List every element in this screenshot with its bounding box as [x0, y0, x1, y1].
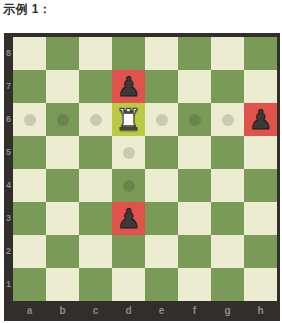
move-hint-dot[interactable]: [57, 114, 69, 126]
rank-label-7: 7: [4, 70, 13, 103]
square-a6[interactable]: [13, 103, 46, 136]
file-label-a: a: [13, 302, 46, 321]
square-c7[interactable]: [79, 70, 112, 103]
square-a5[interactable]: [13, 136, 46, 169]
square-f2[interactable]: [178, 235, 211, 268]
rank-label-5: 5: [4, 136, 13, 169]
square-h2[interactable]: [244, 235, 277, 268]
square-c3[interactable]: [79, 202, 112, 235]
square-a7[interactable]: [13, 70, 46, 103]
page: 示例 1： ♟♜♟♟ 87654321abcdefgh: [0, 0, 282, 323]
rank-label-6: 6: [4, 103, 13, 136]
rank-label-8: 8: [4, 37, 13, 70]
square-g8[interactable]: [211, 37, 244, 70]
file-label-c: c: [79, 302, 112, 321]
piece-black-pawn[interactable]: ♟: [248, 106, 272, 133]
square-f7[interactable]: [178, 70, 211, 103]
move-hint-dot[interactable]: [189, 114, 201, 126]
square-b7[interactable]: [46, 70, 79, 103]
square-a4[interactable]: [13, 169, 46, 202]
square-b3[interactable]: [46, 202, 79, 235]
square-b2[interactable]: [46, 235, 79, 268]
square-b4[interactable]: [46, 169, 79, 202]
square-e5[interactable]: [145, 136, 178, 169]
square-a3[interactable]: [13, 202, 46, 235]
board-grid: ♟♜♟♟: [13, 37, 277, 301]
move-hint-dot[interactable]: [123, 147, 135, 159]
square-a8[interactable]: [13, 37, 46, 70]
square-e7[interactable]: [145, 70, 178, 103]
square-h6[interactable]: ♟: [244, 103, 277, 136]
square-b5[interactable]: [46, 136, 79, 169]
move-hint-dot[interactable]: [222, 114, 234, 126]
chess-board: ♟♜♟♟ 87654321abcdefgh: [4, 33, 280, 321]
file-label-e: e: [145, 302, 178, 321]
square-e3[interactable]: [145, 202, 178, 235]
file-label-b: b: [46, 302, 79, 321]
square-e8[interactable]: [145, 37, 178, 70]
square-h3[interactable]: [244, 202, 277, 235]
square-c6[interactable]: [79, 103, 112, 136]
square-e2[interactable]: [145, 235, 178, 268]
piece-black-pawn[interactable]: ♟: [116, 73, 140, 100]
square-c1[interactable]: [79, 268, 112, 301]
square-f4[interactable]: [178, 169, 211, 202]
example-label: 示例 1：: [3, 1, 52, 18]
square-b8[interactable]: [46, 37, 79, 70]
square-b1[interactable]: [46, 268, 79, 301]
square-c8[interactable]: [79, 37, 112, 70]
square-d5[interactable]: [112, 136, 145, 169]
square-f3[interactable]: [178, 202, 211, 235]
move-hint-dot[interactable]: [156, 114, 168, 126]
move-hint-dot[interactable]: [90, 114, 102, 126]
file-label-g: g: [211, 302, 244, 321]
square-f8[interactable]: [178, 37, 211, 70]
square-c4[interactable]: [79, 169, 112, 202]
square-f5[interactable]: [178, 136, 211, 169]
square-b6[interactable]: [46, 103, 79, 136]
square-c2[interactable]: [79, 235, 112, 268]
square-d7[interactable]: ♟: [112, 70, 145, 103]
square-a1[interactable]: [13, 268, 46, 301]
square-f1[interactable]: [178, 268, 211, 301]
square-g5[interactable]: [211, 136, 244, 169]
square-h7[interactable]: [244, 70, 277, 103]
square-g6[interactable]: [211, 103, 244, 136]
square-d4[interactable]: [112, 169, 145, 202]
square-e4[interactable]: [145, 169, 178, 202]
square-d2[interactable]: [112, 235, 145, 268]
square-g3[interactable]: [211, 202, 244, 235]
square-h1[interactable]: [244, 268, 277, 301]
move-hint-dot[interactable]: [24, 114, 36, 126]
file-label-h: h: [244, 302, 277, 321]
square-g4[interactable]: [211, 169, 244, 202]
square-g7[interactable]: [211, 70, 244, 103]
square-h5[interactable]: [244, 136, 277, 169]
square-c5[interactable]: [79, 136, 112, 169]
square-f6[interactable]: [178, 103, 211, 136]
square-d6[interactable]: ♜: [112, 103, 145, 136]
rank-label-4: 4: [4, 169, 13, 202]
rank-label-3: 3: [4, 202, 13, 235]
square-d3[interactable]: ♟: [112, 202, 145, 235]
file-label-d: d: [112, 302, 145, 321]
square-h8[interactable]: [244, 37, 277, 70]
square-h4[interactable]: [244, 169, 277, 202]
move-hint-dot[interactable]: [123, 180, 135, 192]
square-e6[interactable]: [145, 103, 178, 136]
square-d1[interactable]: [112, 268, 145, 301]
rank-label-1: 1: [4, 268, 13, 301]
piece-white-rook[interactable]: ♜: [115, 105, 142, 135]
square-g1[interactable]: [211, 268, 244, 301]
file-label-f: f: [178, 302, 211, 321]
piece-black-pawn[interactable]: ♟: [116, 205, 140, 232]
square-a2[interactable]: [13, 235, 46, 268]
square-d8[interactable]: [112, 37, 145, 70]
rank-label-2: 2: [4, 235, 13, 268]
square-g2[interactable]: [211, 235, 244, 268]
square-e1[interactable]: [145, 268, 178, 301]
